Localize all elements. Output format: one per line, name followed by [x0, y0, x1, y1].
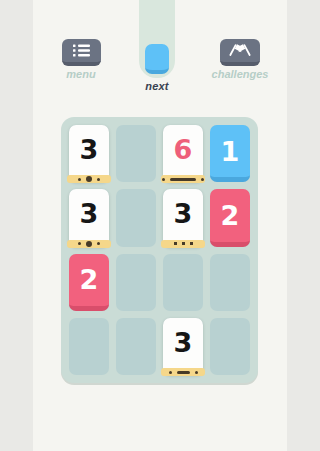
board-cell: 1 — [210, 125, 250, 182]
tile-3[interactable]: 3 — [163, 318, 203, 375]
board-cell: 3 — [69, 189, 109, 246]
board-cell: 3 — [69, 125, 109, 182]
board-cell: 3 — [163, 189, 203, 246]
tile-3[interactable]: 3 — [69, 125, 109, 182]
board-cell — [163, 254, 203, 311]
board-cell — [116, 318, 156, 375]
challenges-button[interactable] — [220, 39, 260, 66]
menu-button[interactable] — [62, 39, 101, 66]
board-cell — [116, 125, 156, 182]
next-tile-preview — [145, 44, 169, 74]
board-cell — [116, 189, 156, 246]
tile-bottom-strip — [67, 175, 111, 183]
tile-value: 3 — [174, 329, 193, 356]
board-cell: 2 — [210, 189, 250, 246]
tile-3[interactable]: 3 — [69, 189, 109, 246]
tile-value: 6 — [174, 136, 193, 163]
board-cell — [116, 254, 156, 311]
board-cell — [210, 254, 250, 311]
tile-2[interactable]: 2 — [210, 189, 250, 246]
tile-value: 2 — [221, 202, 240, 229]
board-cell — [69, 318, 109, 375]
tile-bottom-strip — [161, 240, 205, 248]
tile-2[interactable]: 2 — [69, 254, 109, 311]
tile-value: 3 — [80, 136, 99, 163]
tile-value: 1 — [221, 138, 240, 165]
challenges-label: challenges — [195, 68, 285, 80]
threes-game-screen: next menu challenges 361 — [33, 0, 287, 451]
tile-value: 2 — [80, 266, 99, 293]
crossed-flags-icon — [229, 43, 251, 58]
board-cell: 3 — [163, 318, 203, 375]
next-label: next — [125, 80, 189, 92]
board-cell: 6 — [163, 125, 203, 182]
tile-3[interactable]: 3 — [163, 189, 203, 246]
board-cell: 2 — [69, 254, 109, 311]
game-board[interactable]: 36133223 — [61, 117, 258, 383]
tile-bottom-strip — [161, 175, 205, 183]
board-cell — [210, 318, 250, 375]
tile-bottom-strip — [67, 240, 111, 248]
tile-6[interactable]: 6 — [163, 125, 203, 182]
tile-1[interactable]: 1 — [210, 125, 250, 182]
next-tile-column — [139, 0, 175, 78]
tile-value: 3 — [174, 200, 193, 227]
list-icon — [73, 44, 90, 57]
menu-label: menu — [46, 68, 116, 80]
tile-value: 3 — [80, 200, 99, 227]
tile-bottom-strip — [161, 368, 205, 376]
